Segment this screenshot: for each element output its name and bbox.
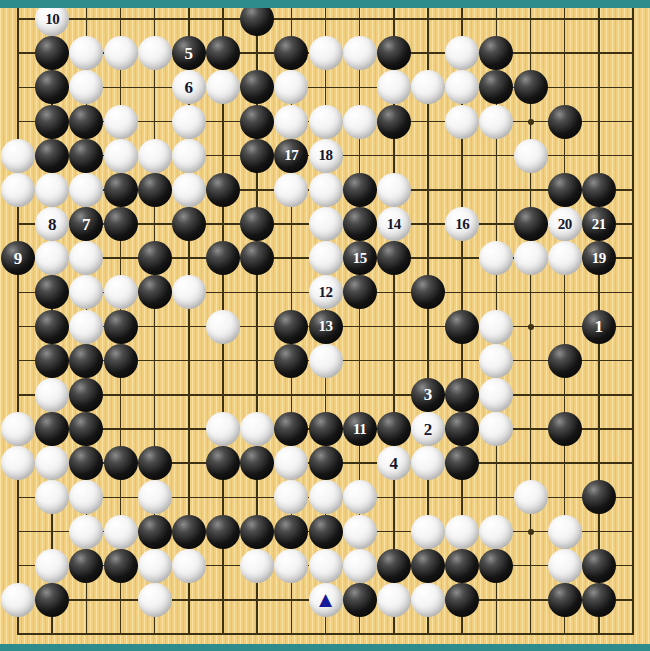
black-stone: 17: [274, 139, 308, 173]
white-stone: [514, 139, 548, 173]
white-stone: [514, 480, 548, 514]
black-stone: [69, 412, 103, 446]
white-stone: [274, 446, 308, 480]
black-stone: [172, 515, 206, 549]
white-stone: 18: [309, 139, 343, 173]
black-stone: [309, 412, 343, 446]
black-stone: [582, 549, 616, 583]
move-number-label: 16: [455, 217, 469, 232]
white-stone: [138, 549, 172, 583]
white-stone: [274, 480, 308, 514]
black-stone: 15: [343, 241, 377, 275]
white-stone: [69, 241, 103, 275]
white-stone: [240, 412, 274, 446]
white-stone: [104, 139, 138, 173]
black-stone: [479, 549, 513, 583]
black-stone: [35, 36, 69, 70]
black-stone: [377, 105, 411, 139]
white-stone: [138, 139, 172, 173]
white-stone: [69, 310, 103, 344]
white-stone: [377, 70, 411, 104]
white-stone: 20: [548, 207, 582, 241]
white-stone: [377, 583, 411, 617]
white-stone: [343, 515, 377, 549]
white-stone: [69, 275, 103, 309]
star-point: [528, 324, 534, 330]
black-stone: [172, 207, 206, 241]
black-stone: 5: [172, 36, 206, 70]
white-stone: [35, 480, 69, 514]
black-stone: [548, 173, 582, 207]
black-stone: [274, 310, 308, 344]
black-stone: 9: [1, 241, 35, 275]
move-number-label: 19: [592, 251, 606, 266]
black-stone: [35, 275, 69, 309]
white-stone: [377, 173, 411, 207]
white-stone: [69, 173, 103, 207]
white-stone: [479, 412, 513, 446]
black-stone: [377, 412, 411, 446]
white-stone: [514, 241, 548, 275]
move-number-label: 11: [353, 422, 366, 437]
black-stone: 13: [309, 310, 343, 344]
black-stone: 3: [411, 378, 445, 412]
move-number-label: 5: [185, 45, 194, 62]
move-number-label: 12: [319, 285, 333, 300]
top-border-bar: [0, 0, 650, 8]
white-stone: [206, 70, 240, 104]
white-stone: [172, 173, 206, 207]
black-stone: [138, 275, 172, 309]
black-stone: [582, 173, 616, 207]
white-stone: [479, 344, 513, 378]
black-stone: [479, 70, 513, 104]
white-stone: [445, 36, 479, 70]
white-stone: [309, 549, 343, 583]
move-number-label: 2: [424, 421, 433, 438]
black-stone: [309, 515, 343, 549]
white-stone: [35, 549, 69, 583]
white-stone: [411, 70, 445, 104]
white-stone: [138, 480, 172, 514]
white-stone: [479, 241, 513, 275]
black-stone: [69, 139, 103, 173]
black-stone: [445, 378, 479, 412]
white-stone: [138, 36, 172, 70]
black-stone: [274, 515, 308, 549]
black-stone: [514, 70, 548, 104]
white-stone: [479, 310, 513, 344]
black-stone: [411, 549, 445, 583]
black-stone: [240, 241, 274, 275]
black-stone: [35, 70, 69, 104]
white-stone: [309, 241, 343, 275]
black-stone: [479, 36, 513, 70]
white-stone: [69, 36, 103, 70]
white-stone: [343, 105, 377, 139]
black-stone: [104, 310, 138, 344]
move-number-label: 14: [387, 217, 401, 232]
black-stone: 11: [343, 412, 377, 446]
black-stone: [240, 70, 274, 104]
black-stone: [343, 583, 377, 617]
black-stone: [343, 207, 377, 241]
white-stone: [548, 241, 582, 275]
black-stone: [240, 207, 274, 241]
black-stone: [104, 173, 138, 207]
move-number-label: 10: [45, 12, 59, 27]
black-stone: [274, 36, 308, 70]
black-stone: [104, 446, 138, 480]
black-stone: [445, 446, 479, 480]
white-stone: [445, 515, 479, 549]
black-stone: [309, 446, 343, 480]
move-number-label: 8: [48, 216, 57, 233]
white-stone: [309, 480, 343, 514]
bottom-border-bar: [0, 644, 650, 651]
white-stone: [69, 480, 103, 514]
go-board[interactable]: 105617188714162021915191213131124▲: [0, 0, 650, 651]
white-stone: [343, 480, 377, 514]
star-point: [528, 119, 534, 125]
black-stone: [514, 207, 548, 241]
white-stone: [548, 549, 582, 583]
white-stone: [35, 378, 69, 412]
black-stone: [206, 36, 240, 70]
white-stone: [206, 412, 240, 446]
black-stone: [104, 549, 138, 583]
black-stone: [548, 412, 582, 446]
white-stone: 8: [35, 207, 69, 241]
black-stone: [69, 344, 103, 378]
white-stone: 6: [172, 70, 206, 104]
black-stone: [35, 583, 69, 617]
white-stone: [445, 70, 479, 104]
white-stone: [309, 583, 343, 617]
black-stone: [138, 173, 172, 207]
black-stone: [377, 36, 411, 70]
black-stone: 21: [582, 207, 616, 241]
black-stone: [582, 480, 616, 514]
white-stone: [35, 173, 69, 207]
move-number-label: 21: [592, 217, 606, 232]
black-stone: [104, 344, 138, 378]
black-stone: [274, 412, 308, 446]
black-stone: [377, 241, 411, 275]
white-stone: [1, 139, 35, 173]
white-stone: [309, 344, 343, 378]
black-stone: [206, 241, 240, 275]
move-number-label: 9: [14, 250, 23, 267]
black-stone: [206, 446, 240, 480]
white-stone: [274, 105, 308, 139]
white-stone: [172, 139, 206, 173]
white-stone: [35, 241, 69, 275]
black-stone: [35, 105, 69, 139]
white-stone: [274, 549, 308, 583]
white-stone: [479, 105, 513, 139]
black-stone: [343, 173, 377, 207]
black-stone: [240, 139, 274, 173]
white-stone: [104, 275, 138, 309]
move-number-label: 6: [185, 79, 194, 96]
white-stone: [309, 36, 343, 70]
white-stone: [206, 310, 240, 344]
black-stone: [411, 275, 445, 309]
black-stone: [206, 515, 240, 549]
white-stone: [411, 446, 445, 480]
move-number-label: 7: [82, 216, 91, 233]
black-stone: [69, 549, 103, 583]
move-number-label: 18: [319, 148, 333, 163]
grid-line-vertical: [632, 8, 634, 635]
black-stone: [138, 515, 172, 549]
white-stone: [309, 105, 343, 139]
white-stone: [1, 173, 35, 207]
black-stone: 19: [582, 241, 616, 275]
white-stone: [274, 70, 308, 104]
white-stone: [69, 70, 103, 104]
white-stone: [104, 515, 138, 549]
white-stone: [1, 583, 35, 617]
black-stone: 7: [69, 207, 103, 241]
black-stone: [69, 378, 103, 412]
white-stone: [1, 412, 35, 446]
black-stone: [69, 105, 103, 139]
white-stone: [1, 446, 35, 480]
white-stone: [274, 173, 308, 207]
white-stone: [479, 378, 513, 412]
move-number-label: 13: [319, 319, 333, 334]
star-point: [528, 529, 534, 535]
black-stone: [35, 344, 69, 378]
black-stone: [138, 446, 172, 480]
white-stone: [240, 549, 274, 583]
white-stone: [172, 549, 206, 583]
white-stone: 14: [377, 207, 411, 241]
white-stone: 16: [445, 207, 479, 241]
black-stone: [582, 583, 616, 617]
black-stone: [548, 105, 582, 139]
go-diagram: 105617188714162021915191213131124▲: [0, 0, 650, 651]
white-stone: [309, 207, 343, 241]
black-stone: [274, 344, 308, 378]
black-stone: [35, 139, 69, 173]
black-stone: [240, 446, 274, 480]
white-stone: [343, 36, 377, 70]
black-stone: [240, 105, 274, 139]
move-number-label: 15: [353, 251, 367, 266]
white-stone: [445, 105, 479, 139]
black-stone: 1: [582, 310, 616, 344]
black-stone: [377, 549, 411, 583]
black-stone: [548, 344, 582, 378]
white-stone: 4: [377, 446, 411, 480]
move-number-label: 3: [424, 386, 433, 403]
white-stone: [548, 515, 582, 549]
move-number-label: 4: [390, 455, 399, 472]
black-stone: [104, 207, 138, 241]
white-stone: [69, 515, 103, 549]
white-stone: [411, 583, 445, 617]
black-stone: [138, 241, 172, 275]
black-stone: [548, 583, 582, 617]
white-stone: [172, 105, 206, 139]
white-stone: [104, 105, 138, 139]
move-number-label: 17: [284, 148, 298, 163]
white-stone: [343, 549, 377, 583]
black-stone: [445, 583, 479, 617]
white-stone: [309, 173, 343, 207]
grid-line-vertical: [17, 8, 19, 635]
white-stone: [411, 515, 445, 549]
white-stone: [479, 515, 513, 549]
black-stone: [206, 173, 240, 207]
black-stone: [343, 275, 377, 309]
move-number-label: 1: [595, 318, 604, 335]
grid-line-horizontal: [17, 18, 634, 20]
white-stone: [35, 446, 69, 480]
black-stone: [69, 446, 103, 480]
black-stone: [35, 310, 69, 344]
black-stone: [445, 412, 479, 446]
black-stone: [240, 515, 274, 549]
white-stone: [172, 275, 206, 309]
grid-line-horizontal: [17, 394, 634, 396]
black-stone: [445, 310, 479, 344]
black-stone: [445, 549, 479, 583]
white-stone: [104, 36, 138, 70]
white-stone: 2: [411, 412, 445, 446]
white-stone: [138, 583, 172, 617]
grid-line-horizontal: [17, 633, 634, 635]
white-stone: 12: [309, 275, 343, 309]
black-stone: [35, 412, 69, 446]
move-number-label: 20: [558, 217, 572, 232]
